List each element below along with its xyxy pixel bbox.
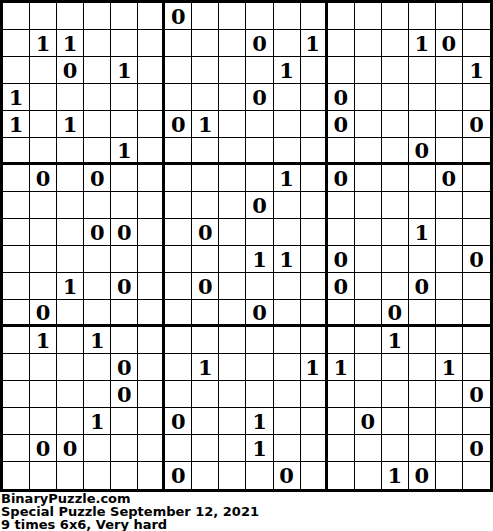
cell-r0c13-empty[interactable]	[355, 3, 382, 30]
cell-r5c6-empty[interactable]	[165, 138, 192, 165]
cell-r17c11-empty[interactable]	[301, 462, 328, 489]
cell-r13c10-empty[interactable]	[274, 354, 301, 381]
cell-r3c13-empty[interactable]	[355, 84, 382, 111]
cell-r7c15-empty[interactable]	[409, 192, 436, 219]
cell-r17c9-empty[interactable]	[246, 462, 273, 489]
cell-r10c17-empty[interactable]	[463, 273, 490, 300]
cell-r13c9-empty[interactable]	[246, 354, 273, 381]
cell-r9c2-empty[interactable]	[57, 246, 84, 273]
cell-r7c16-empty[interactable]	[436, 192, 463, 219]
cell-r2c7-empty[interactable]	[192, 57, 219, 84]
cell-r6c4-empty[interactable]	[111, 165, 138, 192]
cell-r11c7-empty[interactable]	[192, 300, 219, 327]
cell-r8c3-given-0: 0	[84, 219, 111, 246]
cell-r5c10-empty[interactable]	[274, 138, 301, 165]
cell-r6c17-empty[interactable]	[463, 165, 490, 192]
cell-r17c1-empty[interactable]	[30, 462, 57, 489]
cell-r17c17-empty[interactable]	[463, 462, 490, 489]
cell-r3c7-empty[interactable]	[192, 84, 219, 111]
cell-r11c16-empty[interactable]	[436, 300, 463, 327]
cell-r8c17-empty[interactable]	[463, 219, 490, 246]
cell-r16c11-empty[interactable]	[301, 435, 328, 462]
cell-r11c8-empty[interactable]	[219, 300, 246, 327]
cell-r12c0-empty[interactable]	[3, 327, 30, 354]
cell-r15c7-empty[interactable]	[192, 408, 219, 435]
cell-r0c9-empty[interactable]	[246, 3, 273, 30]
cell-r12c7-empty[interactable]	[192, 327, 219, 354]
cell-r5c9-empty[interactable]	[246, 138, 273, 165]
cell-r9c4-empty[interactable]	[111, 246, 138, 273]
cell-r9c14-empty[interactable]	[382, 246, 409, 273]
cell-r1c5-empty[interactable]	[138, 30, 165, 57]
cell-r5c8-empty[interactable]	[219, 138, 246, 165]
cell-r13c14-empty[interactable]	[382, 354, 409, 381]
cell-r1c7-empty[interactable]	[192, 30, 219, 57]
cell-r6c8-empty[interactable]	[219, 165, 246, 192]
puzzle-spec: 9 times 6x6, Very hard	[1, 518, 493, 531]
cell-r4c10-empty[interactable]	[274, 111, 301, 138]
cell-r4c1-empty[interactable]	[30, 111, 57, 138]
cell-r17c0-empty[interactable]	[3, 462, 30, 489]
cell-r5c2-empty[interactable]	[57, 138, 84, 165]
cell-r3c3-empty[interactable]	[84, 84, 111, 111]
cell-r12c6-empty[interactable]	[165, 327, 192, 354]
cell-r9c12-given-0: 0	[328, 246, 355, 273]
cell-r4c9-empty[interactable]	[246, 111, 273, 138]
cell-r17c14-given-1: 1	[382, 462, 409, 489]
cell-r13c8-empty[interactable]	[219, 354, 246, 381]
cell-r1c6-empty[interactable]	[165, 30, 192, 57]
cell-r16c12-empty[interactable]	[328, 435, 355, 462]
cell-r15c16-empty[interactable]	[436, 408, 463, 435]
cell-r8c4-given-0: 0	[111, 219, 138, 246]
cell-r2c0-empty[interactable]	[3, 57, 30, 84]
cell-r1c13-empty[interactable]	[355, 30, 382, 57]
cell-r17c10-given-0: 0	[274, 462, 301, 489]
cell-r17c8-empty[interactable]	[219, 462, 246, 489]
cell-r4c11-empty[interactable]	[301, 111, 328, 138]
cell-r0c1-empty[interactable]	[30, 3, 57, 30]
cell-r7c13-empty[interactable]	[355, 192, 382, 219]
cell-r0c12-empty[interactable]	[328, 3, 355, 30]
cell-r3c17-empty[interactable]	[463, 84, 490, 111]
cell-r8c6-empty[interactable]	[165, 219, 192, 246]
cell-r8c7-given-0: 0	[192, 219, 219, 246]
cell-r2c12-empty[interactable]	[328, 57, 355, 84]
cell-r10c15-given-0: 0	[409, 273, 436, 300]
cell-r4c14-empty[interactable]	[382, 111, 409, 138]
cell-r8c2-empty[interactable]	[57, 219, 84, 246]
cell-r16c0-empty[interactable]	[3, 435, 30, 462]
cell-r13c0-empty[interactable]	[3, 354, 30, 381]
cell-r1c3-empty[interactable]	[84, 30, 111, 57]
cell-r3c2-empty[interactable]	[57, 84, 84, 111]
cell-r8c12-empty[interactable]	[328, 219, 355, 246]
cell-r15c15-empty[interactable]	[409, 408, 436, 435]
cell-r4c0-given-1: 1	[3, 111, 30, 138]
cell-r11c0-empty[interactable]	[3, 300, 30, 327]
cell-r11c6-empty[interactable]	[165, 300, 192, 327]
cell-r14c4-given-0: 0	[111, 381, 138, 408]
cell-r17c2-empty[interactable]	[57, 462, 84, 489]
cell-r9c5-empty[interactable]	[138, 246, 165, 273]
cell-r13c3-empty[interactable]	[84, 354, 111, 381]
cell-r1c12-empty[interactable]	[328, 30, 355, 57]
cell-r5c1-empty[interactable]	[30, 138, 57, 165]
cell-r5c13-empty[interactable]	[355, 138, 382, 165]
cell-r15c0-empty[interactable]	[3, 408, 30, 435]
cell-r10c5-empty[interactable]	[138, 273, 165, 300]
cell-r4c8-empty[interactable]	[219, 111, 246, 138]
cell-r7c8-empty[interactable]	[219, 192, 246, 219]
cell-r16c7-empty[interactable]	[192, 435, 219, 462]
cell-r12c2-empty[interactable]	[57, 327, 84, 354]
cell-r16c10-empty[interactable]	[274, 435, 301, 462]
cell-r4c15-empty[interactable]	[409, 111, 436, 138]
cell-r13c2-empty[interactable]	[57, 354, 84, 381]
cell-r6c5-empty[interactable]	[138, 165, 165, 192]
cell-r1c11-given-1: 1	[301, 30, 328, 57]
cell-r5c12-empty[interactable]	[328, 138, 355, 165]
cell-r1c17-empty[interactable]	[463, 30, 490, 57]
cell-r2c1-empty[interactable]	[30, 57, 57, 84]
cell-r7c6-empty[interactable]	[165, 192, 192, 219]
cell-r16c15-empty[interactable]	[409, 435, 436, 462]
cell-r10c14-empty[interactable]	[382, 273, 409, 300]
cell-r11c1-given-0: 0	[30, 300, 57, 327]
cell-r13c7-given-1: 1	[192, 354, 219, 381]
cell-r17c7-empty[interactable]	[192, 462, 219, 489]
cell-r3c1-empty[interactable]	[30, 84, 57, 111]
cell-r14c7-empty[interactable]	[192, 381, 219, 408]
cell-r7c12-empty[interactable]	[328, 192, 355, 219]
cell-r7c2-empty[interactable]	[57, 192, 84, 219]
cell-r10c10-empty[interactable]	[274, 273, 301, 300]
cell-r2c16-empty[interactable]	[436, 57, 463, 84]
cell-r0c14-empty[interactable]	[382, 3, 409, 30]
cell-r2c5-empty[interactable]	[138, 57, 165, 84]
cell-r0c8-empty[interactable]	[219, 3, 246, 30]
cell-r6c7-empty[interactable]	[192, 165, 219, 192]
cell-r12c11-empty[interactable]	[301, 327, 328, 354]
cell-r3c8-empty[interactable]	[219, 84, 246, 111]
cell-r4c13-empty[interactable]	[355, 111, 382, 138]
cell-r8c15-given-1: 1	[409, 219, 436, 246]
cell-r12c1-given-1: 1	[30, 327, 57, 354]
cell-r5c14-empty[interactable]	[382, 138, 409, 165]
cell-r1c4-empty[interactable]	[111, 30, 138, 57]
cell-r0c2-empty[interactable]	[57, 3, 84, 30]
cell-r9c3-empty[interactable]	[84, 246, 111, 273]
cell-r6c3-given-0: 0	[84, 165, 111, 192]
cell-r17c4-empty[interactable]	[111, 462, 138, 489]
cell-r10c9-empty[interactable]	[246, 273, 273, 300]
cell-r2c9-empty[interactable]	[246, 57, 273, 84]
cell-r12c8-empty[interactable]	[219, 327, 246, 354]
cell-r10c1-empty[interactable]	[30, 273, 57, 300]
cell-r11c15-empty[interactable]	[409, 300, 436, 327]
cell-r8c13-empty[interactable]	[355, 219, 382, 246]
cell-r12c9-empty[interactable]	[246, 327, 273, 354]
cell-r0c6-given-0: 0	[165, 3, 192, 30]
cell-r14c12-empty[interactable]	[328, 381, 355, 408]
cell-r1c8-empty[interactable]	[219, 30, 246, 57]
cell-r12c13-empty[interactable]	[355, 327, 382, 354]
cell-r0c5-empty[interactable]	[138, 3, 165, 30]
cell-r2c8-empty[interactable]	[219, 57, 246, 84]
cell-r14c1-empty[interactable]	[30, 381, 57, 408]
cell-r13c17-empty[interactable]	[463, 354, 490, 381]
cell-r11c5-empty[interactable]	[138, 300, 165, 327]
cell-r8c0-empty[interactable]	[3, 219, 30, 246]
cell-r14c13-empty[interactable]	[355, 381, 382, 408]
cell-r2c6-empty[interactable]	[165, 57, 192, 84]
cell-r3c14-empty[interactable]	[382, 84, 409, 111]
cell-r10c6-empty[interactable]	[165, 273, 192, 300]
cell-r8c9-empty[interactable]	[246, 219, 273, 246]
cell-r14c10-empty[interactable]	[274, 381, 301, 408]
cell-r7c10-empty[interactable]	[274, 192, 301, 219]
cell-r15c5-empty[interactable]	[138, 408, 165, 435]
cell-r10c3-empty[interactable]	[84, 273, 111, 300]
cell-r4c7-given-1: 1	[192, 111, 219, 138]
cell-r1c0-empty[interactable]	[3, 30, 30, 57]
cell-r9c7-empty[interactable]	[192, 246, 219, 273]
cell-r8c10-empty[interactable]	[274, 219, 301, 246]
cell-r12c12-empty[interactable]	[328, 327, 355, 354]
cell-r13c6-empty[interactable]	[165, 354, 192, 381]
cell-r0c10-empty[interactable]	[274, 3, 301, 30]
cell-r9c13-empty[interactable]	[355, 246, 382, 273]
cell-r6c11-empty[interactable]	[301, 165, 328, 192]
cell-r7c9-given-0: 0	[246, 192, 273, 219]
cell-r1c16-given-0: 0	[436, 30, 463, 57]
cell-r11c4-empty[interactable]	[111, 300, 138, 327]
cell-r8c14-empty[interactable]	[382, 219, 409, 246]
cell-r16c8-empty[interactable]	[219, 435, 246, 462]
cell-r2c11-empty[interactable]	[301, 57, 328, 84]
cell-r0c11-empty[interactable]	[301, 3, 328, 30]
cell-r13c15-empty[interactable]	[409, 354, 436, 381]
cell-r16c6-empty[interactable]	[165, 435, 192, 462]
cell-r15c8-empty[interactable]	[219, 408, 246, 435]
cell-r11c11-empty[interactable]	[301, 300, 328, 327]
cell-r5c17-empty[interactable]	[463, 138, 490, 165]
cell-r0c16-empty[interactable]	[436, 3, 463, 30]
cell-r3c0-given-1: 1	[3, 84, 30, 111]
cell-r0c15-empty[interactable]	[409, 3, 436, 30]
cell-r4c16-empty[interactable]	[436, 111, 463, 138]
cell-r7c4-empty[interactable]	[111, 192, 138, 219]
cell-r14c3-empty[interactable]	[84, 381, 111, 408]
cell-r14c2-empty[interactable]	[57, 381, 84, 408]
cell-r7c7-empty[interactable]	[192, 192, 219, 219]
cell-r6c15-empty[interactable]	[409, 165, 436, 192]
cell-r2c15-empty[interactable]	[409, 57, 436, 84]
cell-r11c10-empty[interactable]	[274, 300, 301, 327]
cell-r5c5-empty[interactable]	[138, 138, 165, 165]
cell-r2c13-empty[interactable]	[355, 57, 382, 84]
cell-r6c13-empty[interactable]	[355, 165, 382, 192]
cell-r15c17-empty[interactable]	[463, 408, 490, 435]
cell-r5c4-given-1: 1	[111, 138, 138, 165]
cell-r16c1-given-0: 0	[30, 435, 57, 462]
cell-r12c15-empty[interactable]	[409, 327, 436, 354]
cell-r3c16-empty[interactable]	[436, 84, 463, 111]
cell-r10c12-given-0: 0	[328, 273, 355, 300]
cell-r14c11-empty[interactable]	[301, 381, 328, 408]
cell-r16c4-empty[interactable]	[111, 435, 138, 462]
cell-r3c15-empty[interactable]	[409, 84, 436, 111]
cell-r14c5-empty[interactable]	[138, 381, 165, 408]
cell-r9c1-empty[interactable]	[30, 246, 57, 273]
cell-r17c6-given-0: 0	[165, 462, 192, 489]
cell-r11c17-empty[interactable]	[463, 300, 490, 327]
cell-r12c17-empty[interactable]	[463, 327, 490, 354]
cell-r9c9-given-1: 1	[246, 246, 273, 273]
cell-r0c0-empty[interactable]	[3, 3, 30, 30]
cell-r6c12-given-0: 0	[328, 165, 355, 192]
cell-r3c11-empty[interactable]	[301, 84, 328, 111]
cell-r13c4-given-0: 0	[111, 354, 138, 381]
cell-r9c11-empty[interactable]	[301, 246, 328, 273]
cell-r12c16-empty[interactable]	[436, 327, 463, 354]
cell-r7c17-empty[interactable]	[463, 192, 490, 219]
cell-r3c4-empty[interactable]	[111, 84, 138, 111]
cell-r7c1-empty[interactable]	[30, 192, 57, 219]
cell-r13c13-empty[interactable]	[355, 354, 382, 381]
cell-r10c8-empty[interactable]	[219, 273, 246, 300]
cell-r3c6-empty[interactable]	[165, 84, 192, 111]
cell-r9c6-empty[interactable]	[165, 246, 192, 273]
cell-r0c3-empty[interactable]	[84, 3, 111, 30]
cell-r14c17-given-0: 0	[463, 381, 490, 408]
cell-r7c11-empty[interactable]	[301, 192, 328, 219]
cell-r9c8-empty[interactable]	[219, 246, 246, 273]
cell-r16c14-empty[interactable]	[382, 435, 409, 462]
cell-r12c4-empty[interactable]	[111, 327, 138, 354]
cell-r17c13-empty[interactable]	[355, 462, 382, 489]
cell-r13c11-given-1: 1	[301, 354, 328, 381]
cell-r3c10-empty[interactable]	[274, 84, 301, 111]
cell-r5c0-empty[interactable]	[3, 138, 30, 165]
cell-r15c4-empty[interactable]	[111, 408, 138, 435]
cell-r16c13-empty[interactable]	[355, 435, 382, 462]
cell-r6c1-given-0: 0	[30, 165, 57, 192]
cell-r11c12-empty[interactable]	[328, 300, 355, 327]
cell-r10c16-empty[interactable]	[436, 273, 463, 300]
cell-r14c15-empty[interactable]	[409, 381, 436, 408]
cell-r4c5-empty[interactable]	[138, 111, 165, 138]
cell-r1c1-given-1: 1	[30, 30, 57, 57]
cell-r15c12-empty[interactable]	[328, 408, 355, 435]
cell-r7c14-empty[interactable]	[382, 192, 409, 219]
cell-r13c5-empty[interactable]	[138, 354, 165, 381]
cell-r8c5-empty[interactable]	[138, 219, 165, 246]
cell-r17c5-empty[interactable]	[138, 462, 165, 489]
cell-r2c14-empty[interactable]	[382, 57, 409, 84]
cell-r8c16-empty[interactable]	[436, 219, 463, 246]
cell-r9c16-empty[interactable]	[436, 246, 463, 273]
cell-r4c3-empty[interactable]	[84, 111, 111, 138]
cell-r6c0-empty[interactable]	[3, 165, 30, 192]
cell-r9c0-empty[interactable]	[3, 246, 30, 273]
cell-r0c7-empty[interactable]	[192, 3, 219, 30]
cell-r7c5-empty[interactable]	[138, 192, 165, 219]
cell-r1c14-empty[interactable]	[382, 30, 409, 57]
cell-r8c8-empty[interactable]	[219, 219, 246, 246]
cell-r3c5-empty[interactable]	[138, 84, 165, 111]
cell-r15c14-empty[interactable]	[382, 408, 409, 435]
cell-r13c16-given-1: 1	[436, 354, 463, 381]
cell-r6c6-empty[interactable]	[165, 165, 192, 192]
cell-r8c1-empty[interactable]	[30, 219, 57, 246]
cell-r10c7-given-0: 0	[192, 273, 219, 300]
cell-r15c10-empty[interactable]	[274, 408, 301, 435]
cell-r6c14-empty[interactable]	[382, 165, 409, 192]
cell-r1c10-empty[interactable]	[274, 30, 301, 57]
cell-r14c9-empty[interactable]	[246, 381, 273, 408]
cell-r16c3-empty[interactable]	[84, 435, 111, 462]
cell-r14c8-empty[interactable]	[219, 381, 246, 408]
cell-r3c12-given-0: 0	[328, 84, 355, 111]
cell-r0c17-empty[interactable]	[463, 3, 490, 30]
cell-r2c3-empty[interactable]	[84, 57, 111, 84]
cell-r16c16-empty[interactable]	[436, 435, 463, 462]
cell-r8c11-empty[interactable]	[301, 219, 328, 246]
cell-r15c11-empty[interactable]	[301, 408, 328, 435]
cell-r17c3-empty[interactable]	[84, 462, 111, 489]
cell-r16c5-empty[interactable]	[138, 435, 165, 462]
cell-r12c10-empty[interactable]	[274, 327, 301, 354]
cell-r15c13-given-0: 0	[355, 408, 382, 435]
cell-r11c3-empty[interactable]	[84, 300, 111, 327]
cell-r9c17-given-0: 0	[463, 246, 490, 273]
cell-r6c9-empty[interactable]	[246, 165, 273, 192]
cell-r11c13-empty[interactable]	[355, 300, 382, 327]
cell-r6c2-empty[interactable]	[57, 165, 84, 192]
cell-r5c16-empty[interactable]	[436, 138, 463, 165]
cell-r4c12-given-0: 0	[328, 111, 355, 138]
cell-r5c7-empty[interactable]	[192, 138, 219, 165]
cell-r2c4-given-1: 1	[111, 57, 138, 84]
cell-r4c4-empty[interactable]	[111, 111, 138, 138]
cell-r4c2-given-1: 1	[57, 111, 84, 138]
cell-r7c0-empty[interactable]	[3, 192, 30, 219]
cell-r11c2-empty[interactable]	[57, 300, 84, 327]
cell-r10c13-empty[interactable]	[355, 273, 382, 300]
cell-r10c0-empty[interactable]	[3, 273, 30, 300]
cell-r17c15-given-0: 0	[409, 462, 436, 489]
cell-r5c11-empty[interactable]	[301, 138, 328, 165]
cell-r14c16-empty[interactable]	[436, 381, 463, 408]
cell-r5c3-empty[interactable]	[84, 138, 111, 165]
cell-r7c3-empty[interactable]	[84, 192, 111, 219]
cell-r13c1-empty[interactable]	[30, 354, 57, 381]
cell-r0c4-empty[interactable]	[111, 3, 138, 30]
cell-r15c1-empty[interactable]	[30, 408, 57, 435]
cell-r9c15-empty[interactable]	[409, 246, 436, 273]
cell-r12c5-empty[interactable]	[138, 327, 165, 354]
cell-r14c6-empty[interactable]	[165, 381, 192, 408]
cell-r14c0-empty[interactable]	[3, 381, 30, 408]
cell-r17c12-empty[interactable]	[328, 462, 355, 489]
cell-r6c16-given-0: 0	[436, 165, 463, 192]
cell-r14c14-empty[interactable]	[382, 381, 409, 408]
cell-r17c16-empty[interactable]	[436, 462, 463, 489]
cell-r10c11-empty[interactable]	[301, 273, 328, 300]
cell-r15c2-empty[interactable]	[57, 408, 84, 435]
